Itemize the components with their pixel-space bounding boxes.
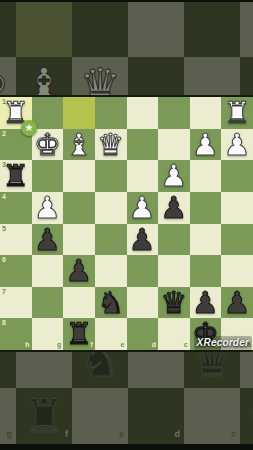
square-h4[interactable]: 4 <box>0 192 32 224</box>
square-b1[interactable] <box>190 97 222 129</box>
square-d6[interactable] <box>127 255 159 287</box>
square-c2[interactable] <box>158 129 190 161</box>
piece-black-pawn-d5[interactable]: ♟ <box>129 224 156 256</box>
piece-black-pawn-b7[interactable]: ♟ <box>192 287 219 319</box>
square-c3[interactable]: ♟ <box>158 160 190 192</box>
bg-piece-black-knight-e7: ♞ <box>79 352 120 388</box>
bg-square-d7 <box>128 352 184 388</box>
square-g7[interactable] <box>32 287 64 319</box>
square-e3[interactable] <box>95 160 127 192</box>
square-g5[interactable]: ♟ <box>32 224 64 256</box>
square-d1[interactable] <box>127 97 159 129</box>
bg-square-e1 <box>72 1 128 57</box>
bg-square-e2: ♛ <box>72 57 128 95</box>
square-f3[interactable] <box>63 160 95 192</box>
rank-label-4: 4 <box>2 193 6 201</box>
square-e5[interactable] <box>95 224 127 256</box>
square-f5[interactable] <box>63 224 95 256</box>
background-board-bottom: ♞♛♟g♜fedc♚ <box>0 352 253 450</box>
square-f6[interactable]: ♟ <box>63 255 95 287</box>
bg-file-label-d: d <box>175 430 181 439</box>
square-a7[interactable]: ♟ <box>221 287 253 319</box>
square-c6[interactable] <box>158 255 190 287</box>
bg-piece-black-queen-c7: ♛ <box>191 352 232 388</box>
square-g8[interactable]: g <box>32 318 64 350</box>
video-edge-strip <box>0 444 253 450</box>
square-g4[interactable]: ♟ <box>32 192 64 224</box>
square-e7[interactable]: ♞ <box>95 287 127 319</box>
piece-white-pawn-c3[interactable]: ♟ <box>160 160 187 192</box>
bg-square-c8: c <box>184 388 240 444</box>
square-a5[interactable] <box>221 224 253 256</box>
file-label-c: c <box>184 341 188 349</box>
video-edge-strip <box>0 0 253 2</box>
piece-black-pawn-a7[interactable]: ♟ <box>224 287 251 319</box>
bg-square-c2 <box>184 57 240 95</box>
square-e1[interactable] <box>95 97 127 129</box>
square-c4[interactable]: ♟ <box>158 192 190 224</box>
piece-black-queen-c7[interactable]: ♛ <box>160 287 187 319</box>
square-h6[interactable]: 6 <box>0 255 32 287</box>
bg-file-label-e: e <box>119 430 124 439</box>
square-c8[interactable]: c <box>158 318 190 350</box>
square-e4[interactable] <box>95 192 127 224</box>
bg-square-b2 <box>240 57 253 95</box>
rank-label-8: 8 <box>2 319 6 327</box>
background-board-top: ♚♝♛ <box>0 0 253 95</box>
bg-square-b8: ♚ <box>240 388 253 444</box>
piece-white-queen-e2[interactable]: ♛ <box>97 129 124 161</box>
bg-square-g1 <box>0 1 16 57</box>
bg-piece-white-queen-e2: ♛ <box>79 57 120 95</box>
square-d3[interactable] <box>127 160 159 192</box>
square-d8[interactable]: d <box>127 318 159 350</box>
bg-piece-black-pawn-b7: ♟ <box>247 352 253 388</box>
best-move-badge: ★ <box>21 120 37 136</box>
bg-square-e8: e <box>72 388 128 444</box>
square-b3[interactable] <box>190 160 222 192</box>
bg-square-f8: ♜f <box>16 388 72 444</box>
square-f4[interactable] <box>63 192 95 224</box>
piece-white-pawn-g4[interactable]: ♟ <box>34 192 61 224</box>
bg-square-d1 <box>128 1 184 57</box>
square-f2[interactable]: ♝ <box>63 129 95 161</box>
piece-black-rook-h3[interactable]: ♜ <box>2 160 29 192</box>
square-a2[interactable]: ♟ <box>221 129 253 161</box>
bg-square-g8: g <box>0 388 16 444</box>
square-f7[interactable] <box>63 287 95 319</box>
square-g2[interactable]: ♚ <box>32 129 64 161</box>
chess-board: 1♜♜2♚♝♛♟♟3♜♟4♟♟♟5♟♟6♟7♞♛♟♟8hgf♜edcb♚a <box>0 97 253 350</box>
bg-square-g7 <box>0 352 16 388</box>
bg-piece-black-king-b8: ♚ <box>247 388 253 444</box>
file-label-e: e <box>121 341 125 349</box>
bg-square-b1 <box>240 1 253 57</box>
bg-file-label-g: g <box>7 430 13 439</box>
square-b7[interactable]: ♟ <box>190 287 222 319</box>
bg-square-f7 <box>16 352 72 388</box>
square-h3[interactable]: 3♜ <box>0 160 32 192</box>
piece-white-pawn-d4[interactable]: ♟ <box>129 192 156 224</box>
bg-square-g2: ♚ <box>0 57 16 95</box>
piece-black-rook-f8[interactable]: ♜ <box>66 318 93 350</box>
bg-piece-black-rook-f8: ♜ <box>23 388 64 444</box>
watermark: XRecorder <box>194 336 252 350</box>
square-g6[interactable] <box>32 255 64 287</box>
bg-piece-white-king-g2: ♚ <box>0 57 9 95</box>
piece-black-knight-e7[interactable]: ♞ <box>97 287 124 319</box>
square-f8[interactable]: f♜ <box>63 318 95 350</box>
square-f1[interactable] <box>63 97 95 129</box>
square-d2[interactable] <box>127 129 159 161</box>
square-c1[interactable] <box>158 97 190 129</box>
square-e8[interactable]: e <box>95 318 127 350</box>
square-b5[interactable] <box>190 224 222 256</box>
square-b6[interactable] <box>190 255 222 287</box>
bg-square-b7: ♟ <box>240 352 253 388</box>
piece-white-pawn-a2[interactable]: ♟ <box>224 129 251 161</box>
piece-black-pawn-g5[interactable]: ♟ <box>34 224 61 256</box>
rank-label-7: 7 <box>2 288 6 296</box>
file-label-g: g <box>57 341 61 349</box>
square-e2[interactable]: ♛ <box>95 129 127 161</box>
square-c5[interactable] <box>158 224 190 256</box>
file-label-d: d <box>152 341 156 349</box>
file-label-h: h <box>25 341 29 349</box>
rank-label-6: 6 <box>2 256 6 264</box>
piece-white-rook-a1[interactable]: ♜ <box>224 97 251 129</box>
square-g3[interactable] <box>32 160 64 192</box>
bg-square-f1 <box>16 1 72 57</box>
bg-file-label-f: f <box>65 430 68 439</box>
square-e6[interactable] <box>95 255 127 287</box>
square-d5[interactable]: ♟ <box>127 224 159 256</box>
square-h8[interactable]: 8h <box>0 318 32 350</box>
rank-label-5: 5 <box>2 225 6 233</box>
bg-piece-white-bishop-f2: ♝ <box>23 57 64 95</box>
piece-black-pawn-f6[interactable]: ♟ <box>66 255 93 287</box>
square-a1[interactable]: ♜ <box>221 97 253 129</box>
square-b2[interactable]: ♟ <box>190 129 222 161</box>
square-h7[interactable]: 7 <box>0 287 32 319</box>
rank-label-2: 2 <box>2 130 6 138</box>
bg-file-label-c: c <box>231 430 236 439</box>
piece-white-pawn-b2[interactable]: ♟ <box>192 129 219 161</box>
piece-white-bishop-f2[interactable]: ♝ <box>66 129 93 161</box>
piece-black-pawn-c4[interactable]: ♟ <box>160 192 187 224</box>
square-a4[interactable] <box>221 192 253 224</box>
square-c7[interactable]: ♛ <box>158 287 190 319</box>
square-a3[interactable] <box>221 160 253 192</box>
screen: ♚♝♛ 1♜♜2♚♝♛♟♟3♜♟4♟♟♟5♟♟6♟7♞♛♟♟8hgf♜edcb♚… <box>0 0 253 450</box>
bg-square-c7: ♛ <box>184 352 240 388</box>
bg-square-e7: ♞ <box>72 352 128 388</box>
bg-square-d2 <box>128 57 184 95</box>
bg-square-f2: ♝ <box>16 57 72 95</box>
square-h5[interactable]: 5 <box>0 224 32 256</box>
bg-square-c1 <box>184 1 240 57</box>
piece-white-king-g2[interactable]: ♚ <box>34 129 61 161</box>
square-d7[interactable] <box>127 287 159 319</box>
bg-square-d8: d <box>128 388 184 444</box>
star-icon: ★ <box>25 123 34 133</box>
square-a6[interactable] <box>221 255 253 287</box>
square-b4[interactable] <box>190 192 222 224</box>
square-d4[interactable]: ♟ <box>127 192 159 224</box>
